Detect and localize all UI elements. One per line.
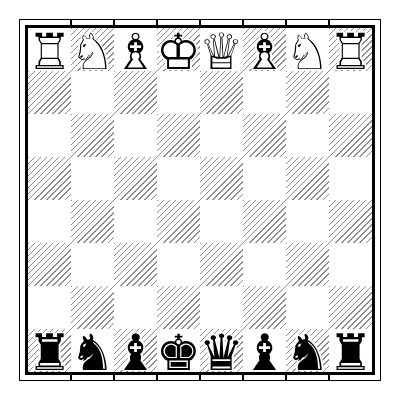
square-b5[interactable] — [286, 200, 329, 243]
piece-glyph: ♞ — [71, 331, 114, 374]
square-h2[interactable] — [28, 71, 71, 114]
square-c6[interactable] — [243, 243, 286, 286]
piece-wB-f1: ♝♗ — [114, 28, 157, 71]
square-a8[interactable]: ♜♜ — [329, 329, 372, 372]
chess-diagram: ♜♖♞♘♝♗♚♔♛♕♝♗♞♘♜♖♜♜♞♞♝♝♚♚♛♛♝♝♞♞♜♜ — [0, 0, 394, 398]
square-f3[interactable] — [114, 114, 157, 157]
file-tick-top — [328, 20, 330, 25]
piece-wR-h1: ♜♖ — [28, 28, 71, 71]
piece-bB-f8: ♝♝ — [114, 329, 157, 372]
square-a4[interactable] — [329, 157, 372, 200]
square-b7[interactable] — [286, 286, 329, 329]
piece-glyph: ♝ — [243, 331, 286, 374]
square-a1[interactable]: ♜♖ — [329, 28, 372, 71]
square-e7[interactable] — [157, 286, 200, 329]
piece-glyph: ♜ — [329, 331, 372, 374]
piece-glyph: ♔ — [157, 30, 200, 73]
square-g3[interactable] — [71, 114, 114, 157]
file-tick-bottom — [113, 375, 115, 380]
piece-glyph: ♜ — [28, 331, 71, 374]
square-c2[interactable] — [243, 71, 286, 114]
square-g5[interactable] — [71, 200, 114, 243]
file-tick-top — [242, 20, 244, 25]
square-g4[interactable] — [71, 157, 114, 200]
square-g8[interactable]: ♞♞ — [71, 329, 114, 372]
piece-wR-a1: ♜♖ — [329, 28, 372, 71]
file-tick-top — [70, 20, 72, 25]
square-e1[interactable]: ♚♔ — [157, 28, 200, 71]
square-a7[interactable] — [329, 286, 372, 329]
square-c7[interactable] — [243, 286, 286, 329]
square-b6[interactable] — [286, 243, 329, 286]
square-a3[interactable] — [329, 114, 372, 157]
square-h7[interactable] — [28, 286, 71, 329]
chess-board: ♜♖♞♘♝♗♚♔♛♕♝♗♞♘♜♖♜♜♞♞♝♝♚♚♛♛♝♝♞♞♜♜ — [25, 25, 375, 375]
square-b4[interactable] — [286, 157, 329, 200]
piece-bQ-d8: ♛♛ — [200, 329, 243, 372]
piece-wK-e1: ♚♔ — [157, 28, 200, 71]
piece-wQ-d1: ♛♕ — [200, 28, 243, 71]
square-g6[interactable] — [71, 243, 114, 286]
file-tick-bottom — [156, 375, 158, 380]
square-f7[interactable] — [114, 286, 157, 329]
square-d7[interactable] — [200, 286, 243, 329]
piece-bR-h8: ♜♜ — [28, 329, 71, 372]
square-g2[interactable] — [71, 71, 114, 114]
square-h4[interactable] — [28, 157, 71, 200]
square-g1[interactable]: ♞♘ — [71, 28, 114, 71]
file-tick-bottom — [242, 375, 244, 380]
square-g7[interactable] — [71, 286, 114, 329]
piece-glyph: ♖ — [329, 30, 372, 73]
square-f1[interactable]: ♝♗ — [114, 28, 157, 71]
piece-wB-c1: ♝♗ — [243, 28, 286, 71]
square-e8[interactable]: ♚♚ — [157, 329, 200, 372]
piece-wN-g1: ♞♘ — [71, 28, 114, 71]
square-h8[interactable]: ♜♜ — [28, 329, 71, 372]
square-h3[interactable] — [28, 114, 71, 157]
square-b3[interactable] — [286, 114, 329, 157]
square-e3[interactable] — [157, 114, 200, 157]
square-d3[interactable] — [200, 114, 243, 157]
square-e5[interactable] — [157, 200, 200, 243]
piece-glyph: ♗ — [243, 30, 286, 73]
square-f2[interactable] — [114, 71, 157, 114]
square-d8[interactable]: ♛♛ — [200, 329, 243, 372]
piece-glyph: ♖ — [28, 30, 71, 73]
square-f4[interactable] — [114, 157, 157, 200]
file-tick-bottom — [328, 375, 330, 380]
file-tick-top — [285, 20, 287, 25]
file-tick-top — [113, 20, 115, 25]
piece-bN-g8: ♞♞ — [71, 329, 114, 372]
square-f5[interactable] — [114, 200, 157, 243]
square-f8[interactable]: ♝♝ — [114, 329, 157, 372]
file-tick-top — [156, 20, 158, 25]
square-b2[interactable] — [286, 71, 329, 114]
piece-glyph: ♝ — [114, 331, 157, 374]
piece-wN-b1: ♞♘ — [286, 28, 329, 71]
piece-glyph: ♕ — [200, 30, 243, 73]
square-c5[interactable] — [243, 200, 286, 243]
piece-glyph: ♗ — [114, 30, 157, 73]
file-tick-bottom — [199, 375, 201, 380]
square-d2[interactable] — [200, 71, 243, 114]
board-outer-frame: ♜♖♞♘♝♗♚♔♛♕♝♗♞♘♜♖♜♜♞♞♝♝♚♚♛♛♝♝♞♞♜♜ — [19, 19, 381, 381]
piece-glyph: ♚ — [157, 331, 200, 374]
square-c8[interactable]: ♝♝ — [243, 329, 286, 372]
piece-bN-b8: ♞♞ — [286, 329, 329, 372]
square-h6[interactable] — [28, 243, 71, 286]
square-a5[interactable] — [329, 200, 372, 243]
square-e6[interactable] — [157, 243, 200, 286]
square-c4[interactable] — [243, 157, 286, 200]
square-b8[interactable]: ♞♞ — [286, 329, 329, 372]
piece-glyph: ♘ — [286, 30, 329, 73]
piece-bR-a8: ♜♜ — [329, 329, 372, 372]
piece-glyph: ♘ — [71, 30, 114, 73]
square-a2[interactable] — [329, 71, 372, 114]
square-c3[interactable] — [243, 114, 286, 157]
square-b1[interactable]: ♞♘ — [286, 28, 329, 71]
square-d5[interactable] — [200, 200, 243, 243]
square-c1[interactable]: ♝♗ — [243, 28, 286, 71]
square-h1[interactable]: ♜♖ — [28, 28, 71, 71]
file-tick-top — [199, 20, 201, 25]
square-d1[interactable]: ♛♕ — [200, 28, 243, 71]
file-tick-bottom — [70, 375, 72, 380]
square-e2[interactable] — [157, 71, 200, 114]
square-d4[interactable] — [200, 157, 243, 200]
piece-bB-c8: ♝♝ — [243, 329, 286, 372]
piece-bK-e8: ♚♚ — [157, 329, 200, 372]
square-h5[interactable] — [28, 200, 71, 243]
piece-glyph: ♛ — [200, 331, 243, 374]
piece-glyph: ♞ — [286, 331, 329, 374]
square-a6[interactable] — [329, 243, 372, 286]
square-d6[interactable] — [200, 243, 243, 286]
square-e4[interactable] — [157, 157, 200, 200]
square-f6[interactable] — [114, 243, 157, 286]
file-tick-bottom — [285, 375, 287, 380]
